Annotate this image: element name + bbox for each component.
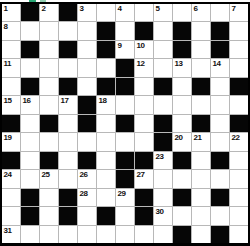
cell-r5c11-block bbox=[192, 78, 210, 95]
cell-r9c8-block bbox=[135, 152, 153, 169]
clue-number-26: 26 bbox=[80, 170, 88, 179]
clue-number-8: 8 bbox=[4, 22, 8, 31]
cell-r4c4[interactable] bbox=[59, 59, 77, 76]
clue-number-27: 27 bbox=[137, 170, 145, 179]
cell-r13c3[interactable] bbox=[40, 226, 58, 243]
clue-number-12: 12 bbox=[137, 59, 145, 68]
clue-number-23: 23 bbox=[156, 152, 164, 161]
clue-number-24: 24 bbox=[4, 170, 12, 179]
crossword-board: 1234567891011121314151617181920212223242… bbox=[0, 2, 250, 246]
cell-r1c7[interactable]: 4 bbox=[116, 4, 134, 21]
cell-r1c8[interactable] bbox=[135, 4, 153, 21]
clue-number-31: 31 bbox=[4, 226, 12, 235]
cell-r3c10-block bbox=[173, 41, 191, 58]
clue-number-2: 2 bbox=[42, 4, 46, 13]
cell-r7c5-block bbox=[78, 115, 96, 132]
cell-r6c7[interactable] bbox=[116, 96, 134, 113]
cell-r7c13-block bbox=[230, 115, 248, 132]
cell-r7c9-block bbox=[154, 115, 172, 132]
cell-r7c4[interactable] bbox=[59, 115, 77, 132]
cell-r3c4-block bbox=[59, 41, 77, 58]
clue-number-10: 10 bbox=[137, 41, 145, 50]
crossword-puzzle: 1234567891011121314151617181920212223242… bbox=[0, 0, 250, 246]
cell-r11c2-block bbox=[21, 189, 39, 206]
cell-r12c9[interactable]: 30 bbox=[154, 207, 172, 224]
cell-r8c11[interactable]: 21 bbox=[192, 133, 210, 150]
cell-r3c6-block bbox=[97, 41, 115, 58]
cell-r11c1[interactable] bbox=[2, 189, 20, 206]
cell-r4c7-block bbox=[116, 59, 134, 76]
cell-r8c9-block bbox=[154, 133, 172, 150]
clue-number-28: 28 bbox=[80, 189, 88, 198]
cell-r13c10-block bbox=[173, 226, 191, 243]
cell-r1c1[interactable]: 1 bbox=[2, 4, 20, 21]
cell-r6c9[interactable] bbox=[154, 96, 172, 113]
cell-r6c4[interactable]: 17 bbox=[59, 96, 77, 113]
cell-r8c4[interactable] bbox=[59, 133, 77, 150]
cell-r3c12-block bbox=[211, 41, 229, 58]
cell-r10c8[interactable]: 27 bbox=[135, 170, 153, 187]
cell-r13c12-block bbox=[211, 226, 229, 243]
cell-r7c7-block bbox=[116, 115, 134, 132]
cell-r7c2[interactable] bbox=[21, 115, 39, 132]
cell-r4c5[interactable] bbox=[78, 59, 96, 76]
cell-r5c9-block bbox=[154, 78, 172, 95]
cell-r2c6-block bbox=[97, 22, 115, 39]
cell-r5c5[interactable] bbox=[78, 78, 96, 95]
cell-r7c3-block bbox=[40, 115, 58, 132]
clue-number-25: 25 bbox=[42, 170, 50, 179]
cell-r3c1[interactable] bbox=[2, 41, 20, 58]
cell-r1c11[interactable]: 6 bbox=[192, 4, 210, 21]
cell-r9c10-block bbox=[173, 152, 191, 169]
cell-r1c6[interactable] bbox=[97, 4, 115, 21]
clue-number-17: 17 bbox=[61, 96, 69, 105]
clue-number-14: 14 bbox=[213, 59, 221, 68]
cell-r5c10[interactable] bbox=[173, 78, 191, 95]
clue-number-29: 29 bbox=[118, 189, 126, 198]
cell-r13c4[interactable] bbox=[59, 226, 77, 243]
cell-r9c2[interactable] bbox=[21, 152, 39, 169]
cell-r2c10-block bbox=[173, 22, 191, 39]
clue-number-6: 6 bbox=[194, 4, 198, 13]
cell-r3c8[interactable]: 10 bbox=[135, 41, 153, 58]
cell-r6c10[interactable] bbox=[173, 96, 191, 113]
clue-number-18: 18 bbox=[99, 96, 107, 105]
cell-r4c8[interactable]: 12 bbox=[135, 59, 153, 76]
cell-r2c1[interactable]: 8 bbox=[2, 22, 20, 39]
cell-r9c12-block bbox=[211, 152, 229, 169]
cell-r8c7[interactable] bbox=[116, 133, 134, 150]
cell-r10c10[interactable] bbox=[173, 170, 191, 187]
cell-r4c11[interactable] bbox=[192, 59, 210, 76]
cell-r3c11[interactable] bbox=[192, 41, 210, 58]
cell-r9c11[interactable] bbox=[192, 152, 210, 169]
cell-r10c11[interactable] bbox=[192, 170, 210, 187]
cell-r10c1[interactable]: 24 bbox=[2, 170, 20, 187]
clue-number-19: 19 bbox=[4, 133, 12, 142]
cell-r8c5[interactable] bbox=[78, 133, 96, 150]
cell-r9c5-block bbox=[78, 152, 96, 169]
cell-r6c3[interactable] bbox=[40, 96, 58, 113]
cell-r10c9[interactable] bbox=[154, 170, 172, 187]
cell-r3c13[interactable] bbox=[230, 41, 248, 58]
cell-r10c4[interactable] bbox=[59, 170, 77, 187]
cell-r10c2[interactable] bbox=[21, 170, 39, 187]
cell-r11c3[interactable] bbox=[40, 189, 58, 206]
cell-r4c10[interactable]: 13 bbox=[173, 59, 191, 76]
cell-r13c1[interactable]: 31 bbox=[2, 226, 20, 243]
cell-r11c13[interactable] bbox=[230, 189, 248, 206]
cell-r6c13[interactable] bbox=[230, 96, 248, 113]
cell-r10c5[interactable]: 26 bbox=[78, 170, 96, 187]
cell-r5c13-block bbox=[230, 78, 248, 95]
cell-r4c2[interactable] bbox=[21, 59, 39, 76]
cell-r9c9[interactable]: 23 bbox=[154, 152, 172, 169]
cell-r4c9[interactable] bbox=[154, 59, 172, 76]
cell-r8c13[interactable]: 22 bbox=[230, 133, 248, 150]
clue-number-4: 4 bbox=[118, 4, 122, 13]
cell-r10c12[interactable] bbox=[211, 170, 229, 187]
cell-r1c4-block bbox=[59, 4, 77, 21]
cell-r5c1[interactable] bbox=[2, 78, 20, 95]
cell-r4c3[interactable] bbox=[40, 59, 58, 76]
cell-r2c12-block bbox=[211, 22, 229, 39]
cell-r12c4-block bbox=[59, 207, 77, 224]
cell-r9c4[interactable] bbox=[59, 152, 77, 169]
cell-r11c5[interactable]: 28 bbox=[78, 189, 96, 206]
cell-r12c5[interactable] bbox=[78, 207, 96, 224]
cell-r9c1-block bbox=[2, 152, 20, 169]
cell-r9c6[interactable] bbox=[97, 152, 115, 169]
cell-r11c4-block bbox=[59, 189, 77, 206]
cell-r13c8[interactable] bbox=[135, 226, 153, 243]
cell-r11c6[interactable] bbox=[97, 189, 115, 206]
cell-r4c13[interactable] bbox=[230, 59, 248, 76]
cell-r12c1[interactable] bbox=[2, 207, 20, 224]
cell-r13c6[interactable] bbox=[97, 226, 115, 243]
cell-r6c12[interactable] bbox=[211, 96, 229, 113]
cell-r12c10[interactable] bbox=[173, 207, 191, 224]
cell-r3c5[interactable] bbox=[78, 41, 96, 58]
cell-r12c2-block bbox=[21, 207, 39, 224]
cell-r2c3[interactable] bbox=[40, 22, 58, 39]
cell-r11c7[interactable]: 29 bbox=[116, 189, 134, 206]
cell-r5c7-block bbox=[116, 78, 134, 95]
cell-r2c8-block bbox=[135, 22, 153, 39]
clue-number-16: 16 bbox=[23, 96, 31, 105]
cell-r3c7[interactable]: 9 bbox=[116, 41, 134, 58]
cell-r12c7[interactable] bbox=[116, 207, 134, 224]
cell-r13c7[interactable] bbox=[116, 226, 134, 243]
cell-r4c12[interactable]: 14 bbox=[211, 59, 229, 76]
cell-r1c10[interactable] bbox=[173, 4, 191, 21]
cell-r13c9[interactable] bbox=[154, 226, 172, 243]
cell-r4c1[interactable]: 11 bbox=[2, 59, 20, 76]
cell-r12c12[interactable] bbox=[211, 207, 229, 224]
cell-r6c6[interactable]: 18 bbox=[97, 96, 115, 113]
clue-number-9: 9 bbox=[118, 41, 122, 50]
cell-r2c13[interactable] bbox=[230, 22, 248, 39]
cell-r5c6-block bbox=[97, 78, 115, 95]
cell-r6c5-block bbox=[78, 96, 96, 113]
cell-r1c2-block bbox=[21, 4, 39, 21]
cell-r13c5[interactable] bbox=[78, 226, 96, 243]
cell-r1c3[interactable]: 2 bbox=[40, 4, 58, 21]
cell-r2c9[interactable] bbox=[154, 22, 172, 39]
cell-r3c9[interactable] bbox=[154, 41, 172, 58]
cell-r2c2[interactable] bbox=[21, 22, 39, 39]
cell-r8c12[interactable] bbox=[211, 133, 229, 150]
cell-r5c3[interactable] bbox=[40, 78, 58, 95]
cell-r11c8-block bbox=[135, 189, 153, 206]
clue-number-3: 3 bbox=[80, 4, 84, 13]
cell-r5c8[interactable] bbox=[135, 78, 153, 95]
cell-r1c9[interactable]: 5 bbox=[154, 4, 172, 21]
clue-number-15: 15 bbox=[4, 96, 12, 105]
cell-r6c1[interactable]: 15 bbox=[2, 96, 20, 113]
cell-r8c2[interactable] bbox=[21, 133, 39, 150]
cell-r7c8[interactable] bbox=[135, 115, 153, 132]
cell-r7c1-block bbox=[2, 115, 20, 132]
cell-r8c10[interactable]: 20 bbox=[173, 133, 191, 150]
cell-r8c6[interactable] bbox=[97, 133, 115, 150]
clue-number-21: 21 bbox=[194, 133, 202, 142]
cell-r8c8[interactable] bbox=[135, 133, 153, 150]
cell-r10c3[interactable]: 25 bbox=[40, 170, 58, 187]
cell-r11c12-block bbox=[211, 189, 229, 206]
cell-r2c4[interactable] bbox=[59, 22, 77, 39]
cell-r13c11[interactable] bbox=[192, 226, 210, 243]
cell-r13c2[interactable] bbox=[21, 226, 39, 243]
cell-r13c13[interactable] bbox=[230, 226, 248, 243]
cell-r11c11[interactable] bbox=[192, 189, 210, 206]
cell-r1c12[interactable] bbox=[211, 4, 229, 21]
cell-r2c5[interactable] bbox=[78, 22, 96, 39]
cell-r10c7-block bbox=[116, 170, 134, 187]
cell-r5c12[interactable] bbox=[211, 78, 229, 95]
cell-r7c11-block bbox=[192, 115, 210, 132]
cell-r11c10-block bbox=[173, 189, 191, 206]
cell-r6c2[interactable]: 16 bbox=[21, 96, 39, 113]
cell-r2c7[interactable] bbox=[116, 22, 134, 39]
cell-r3c3[interactable] bbox=[40, 41, 58, 58]
cell-r12c3[interactable] bbox=[40, 207, 58, 224]
cell-r11c9[interactable] bbox=[154, 189, 172, 206]
cell-r5c4-block bbox=[59, 78, 77, 95]
cell-r7c12[interactable] bbox=[211, 115, 229, 132]
cell-r8c1[interactable]: 19 bbox=[2, 133, 20, 150]
cell-r8c3[interactable] bbox=[40, 133, 58, 150]
cell-r12c6-block bbox=[97, 207, 115, 224]
cell-r3c2-block bbox=[21, 41, 39, 58]
cell-r1c13[interactable]: 7 bbox=[230, 4, 248, 21]
clue-number-13: 13 bbox=[175, 59, 183, 68]
cell-r7c10[interactable] bbox=[173, 115, 191, 132]
clue-number-5: 5 bbox=[156, 4, 160, 13]
clue-number-22: 22 bbox=[232, 133, 240, 142]
cell-r4c6[interactable] bbox=[97, 59, 115, 76]
clue-number-7: 7 bbox=[232, 4, 236, 13]
cell-r12c13[interactable] bbox=[230, 207, 248, 224]
cell-r9c7-block bbox=[116, 152, 134, 169]
clue-number-11: 11 bbox=[4, 59, 12, 68]
cell-r2c11[interactable] bbox=[192, 22, 210, 39]
cell-r6c8[interactable] bbox=[135, 96, 153, 113]
cell-r1c5[interactable]: 3 bbox=[78, 4, 96, 21]
cell-r10c13[interactable] bbox=[230, 170, 248, 187]
clue-number-1: 1 bbox=[4, 4, 8, 13]
cell-r9c13[interactable] bbox=[230, 152, 248, 169]
cell-r5c2-block bbox=[21, 78, 39, 95]
clue-number-30: 30 bbox=[156, 207, 164, 216]
cell-r12c8-block bbox=[135, 207, 153, 224]
cell-r7c6[interactable] bbox=[97, 115, 115, 132]
clue-number-20: 20 bbox=[175, 133, 183, 142]
cell-r10c6[interactable] bbox=[97, 170, 115, 187]
cell-r6c11[interactable] bbox=[192, 96, 210, 113]
cell-r12c11[interactable] bbox=[192, 207, 210, 224]
cell-r9c3-block bbox=[40, 152, 58, 169]
